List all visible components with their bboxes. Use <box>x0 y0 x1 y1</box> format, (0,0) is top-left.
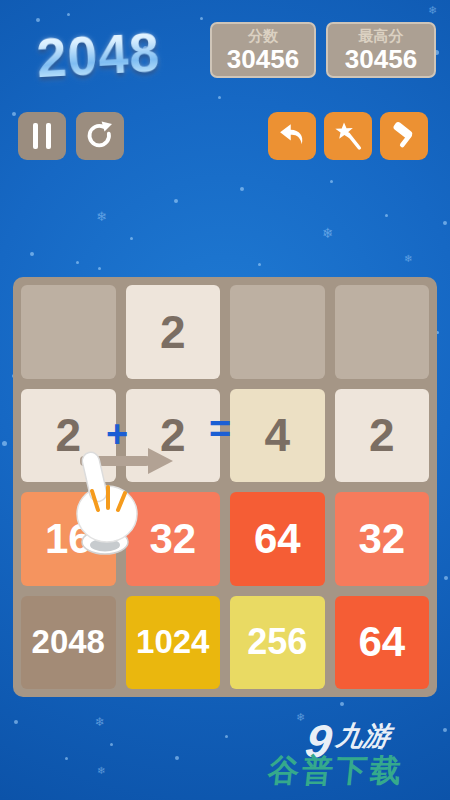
snowflake-decoration: ❄ <box>97 766 105 776</box>
pause-button[interactable] <box>18 112 66 160</box>
tile-2-r1c2: 2 <box>126 285 221 379</box>
game-screen: ❄❄❄❄❄❄❄ 2048 分数 30456 最高分 30456 <box>0 0 450 800</box>
tile-1024-r4c2: 1024 <box>126 596 221 690</box>
tile-4-r2c3: 4 <box>230 389 325 483</box>
restart-icon <box>84 120 116 152</box>
snowflake-decoration <box>330 180 333 183</box>
snowflake-decoration <box>65 757 68 760</box>
snowflake-decoration: ❄ <box>296 712 305 723</box>
snowflake-decoration <box>14 720 18 724</box>
snowflake-decoration: ❄ <box>322 226 334 240</box>
snowflake-decoration: ❄ <box>96 210 107 223</box>
snowflake-decoration <box>258 263 261 266</box>
magic-wand-icon <box>332 120 364 152</box>
snowflake-decoration <box>444 576 448 580</box>
pause-icon <box>33 123 51 149</box>
magic-wand-button[interactable] <box>324 112 372 160</box>
empty-cell-r1c1 <box>21 285 116 379</box>
empty-cell-r1c3 <box>230 285 325 379</box>
score-box: 分数 30456 <box>210 22 316 78</box>
best-score-value: 30456 <box>345 45 417 74</box>
snowflake-decoration <box>385 214 388 217</box>
snowflake-decoration <box>130 237 133 240</box>
snowflake-decoration: ❄ <box>404 254 412 264</box>
snowflake-decoration <box>98 267 101 270</box>
snowflake-decoration: ❄ <box>95 716 105 728</box>
hammer-icon <box>388 120 420 152</box>
best-score-box: 最高分 30456 <box>326 22 436 78</box>
tile-256-r4c3: 256 <box>230 596 325 690</box>
snowflake-decoration <box>200 17 203 20</box>
tile-32-r3c4: 32 <box>335 492 430 586</box>
hammer-button[interactable] <box>380 112 428 160</box>
snowflake-decoration <box>12 112 16 116</box>
undo-button[interactable] <box>268 112 316 160</box>
snowflake-decoration <box>36 18 40 22</box>
tutorial-hand-glove <box>62 450 152 556</box>
snowflake-decoration <box>340 702 344 706</box>
snowflake-decoration <box>175 756 179 760</box>
best-score-label: 最高分 <box>359 27 404 45</box>
snowflake-decoration <box>225 735 228 738</box>
snowflake-decoration <box>218 96 221 99</box>
nine-game-logo-text: 九游 <box>334 721 392 751</box>
snowflake-decoration <box>443 728 447 732</box>
snowflake-decoration <box>2 441 7 446</box>
snowflake-decoration <box>174 199 178 203</box>
snowflake-decoration: ❄ <box>428 5 437 16</box>
score-label: 分数 <box>248 27 278 45</box>
snowflake-decoration <box>443 221 447 225</box>
snowflake-decoration <box>67 13 70 16</box>
tile-2-r2c4: 2 <box>335 389 430 483</box>
game-logo-2048: 2048 <box>35 19 162 90</box>
snowflake-decoration <box>76 261 79 264</box>
tile-64-r4c4: 64 <box>335 596 430 690</box>
snowflake-decoration <box>240 187 244 191</box>
gupu-download-watermark: 谷普下载 <box>266 750 406 792</box>
restart-button[interactable] <box>76 112 124 160</box>
empty-cell-r1c4 <box>335 285 430 379</box>
snowflake-decoration <box>30 252 34 256</box>
score-value: 30456 <box>227 45 299 74</box>
snowflake-decoration <box>110 743 113 746</box>
tile-64-r3c3: 64 <box>230 492 325 586</box>
undo-icon <box>277 121 307 151</box>
tile-2048-r4c1: 2048 <box>21 596 116 690</box>
tutorial-equals-sign: = <box>209 410 231 448</box>
